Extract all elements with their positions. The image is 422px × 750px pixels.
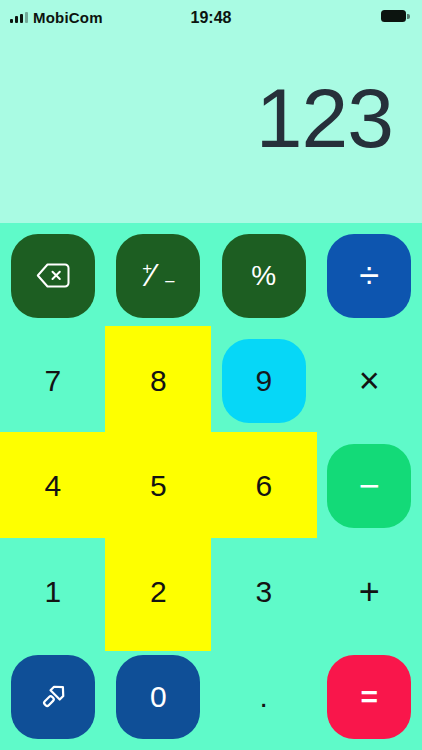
key-3[interactable]: 3: [255, 575, 272, 609]
key-4[interactable]: 4: [44, 469, 61, 503]
multiply-key-cell: ×: [317, 328, 422, 433]
backspace-icon: [36, 263, 70, 288]
plus-minus-key[interactable]: +⁄−: [116, 234, 200, 318]
minus-key[interactable]: −: [327, 444, 411, 528]
paintbrush-icon: [33, 677, 73, 717]
key-6-cell: 6: [211, 434, 317, 539]
equals-key[interactable]: =: [327, 655, 411, 739]
calculator-app: MobiCom 19:48 123 +⁄−%÷789×456−123+0.=: [0, 0, 422, 750]
paint-key-cell: [0, 645, 106, 750]
status-bar: MobiCom 19:48: [0, 0, 422, 44]
carrier-group: MobiCom: [10, 9, 103, 26]
signal-bars-icon: [10, 12, 28, 23]
equals-key-cell: =: [317, 645, 422, 750]
plus-key[interactable]: +: [359, 571, 380, 613]
decimal-key-cell: .: [211, 645, 317, 750]
key-6[interactable]: 6: [255, 469, 272, 503]
divide-key[interactable]: ÷: [327, 234, 411, 318]
key-1-cell: 1: [0, 539, 106, 644]
minus-key-cell: −: [317, 434, 422, 539]
battery-icon: [381, 10, 406, 22]
clock-label: 19:48: [191, 9, 232, 27]
multiply-key[interactable]: ×: [359, 360, 380, 402]
key-2[interactable]: 2: [150, 575, 167, 609]
keypad: +⁄−%÷789×456−123+0.=: [0, 223, 422, 750]
backspace-key-cell: [0, 223, 106, 328]
key-7-cell: 7: [0, 328, 106, 433]
key-2-cell: 2: [106, 539, 212, 644]
plus-minus-key-cell: +⁄−: [106, 223, 212, 328]
plus-minus-glyph: +⁄−: [140, 258, 176, 294]
key-5-cell: 5: [106, 434, 212, 539]
key-9[interactable]: 9: [222, 339, 306, 423]
carrier-label: MobiCom: [33, 9, 103, 26]
decimal-key[interactable]: .: [260, 680, 268, 714]
percent-key-cell: %: [211, 223, 317, 328]
key-4-cell: 4: [0, 434, 106, 539]
keypad-grid: +⁄−%÷789×456−123+0.=: [0, 223, 422, 750]
plus-key-cell: +: [317, 539, 422, 644]
calculator-display: 123: [256, 76, 393, 160]
key-0-cell: 0: [106, 645, 212, 750]
divide-key-cell: ÷: [317, 223, 422, 328]
key-8[interactable]: 8: [150, 364, 167, 398]
paint-key[interactable]: [11, 655, 95, 739]
percent-key[interactable]: %: [222, 234, 306, 318]
key-0[interactable]: 0: [116, 655, 200, 739]
backspace-key[interactable]: [11, 234, 95, 318]
key-9-cell: 9: [211, 328, 317, 433]
key-5[interactable]: 5: [150, 469, 167, 503]
key-3-cell: 3: [211, 539, 317, 644]
key-7[interactable]: 7: [44, 364, 61, 398]
key-8-cell: 8: [106, 328, 212, 433]
key-1[interactable]: 1: [44, 575, 61, 609]
